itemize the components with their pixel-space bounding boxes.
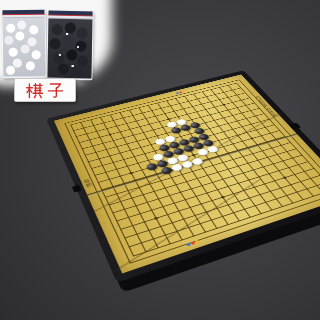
qizi-label: 棋子 — [14, 78, 76, 102]
black-stones-bag — [46, 10, 93, 81]
glyph-qi — [26, 82, 43, 99]
white-stones-in-bag — [3, 18, 46, 77]
glyph-zi — [47, 82, 64, 99]
black-stones-in-bag — [47, 19, 92, 79]
go-board-face: 围棋 CHONG GAME — [54, 74, 320, 273]
go-board-frame: 围棋 CHONG GAME — [46, 70, 320, 282]
white-stones-bag — [1, 9, 46, 79]
product-photo-scene: 围棋 CHONG GAME 棋子 — [0, 0, 320, 320]
board-hinge-left — [72, 185, 82, 193]
